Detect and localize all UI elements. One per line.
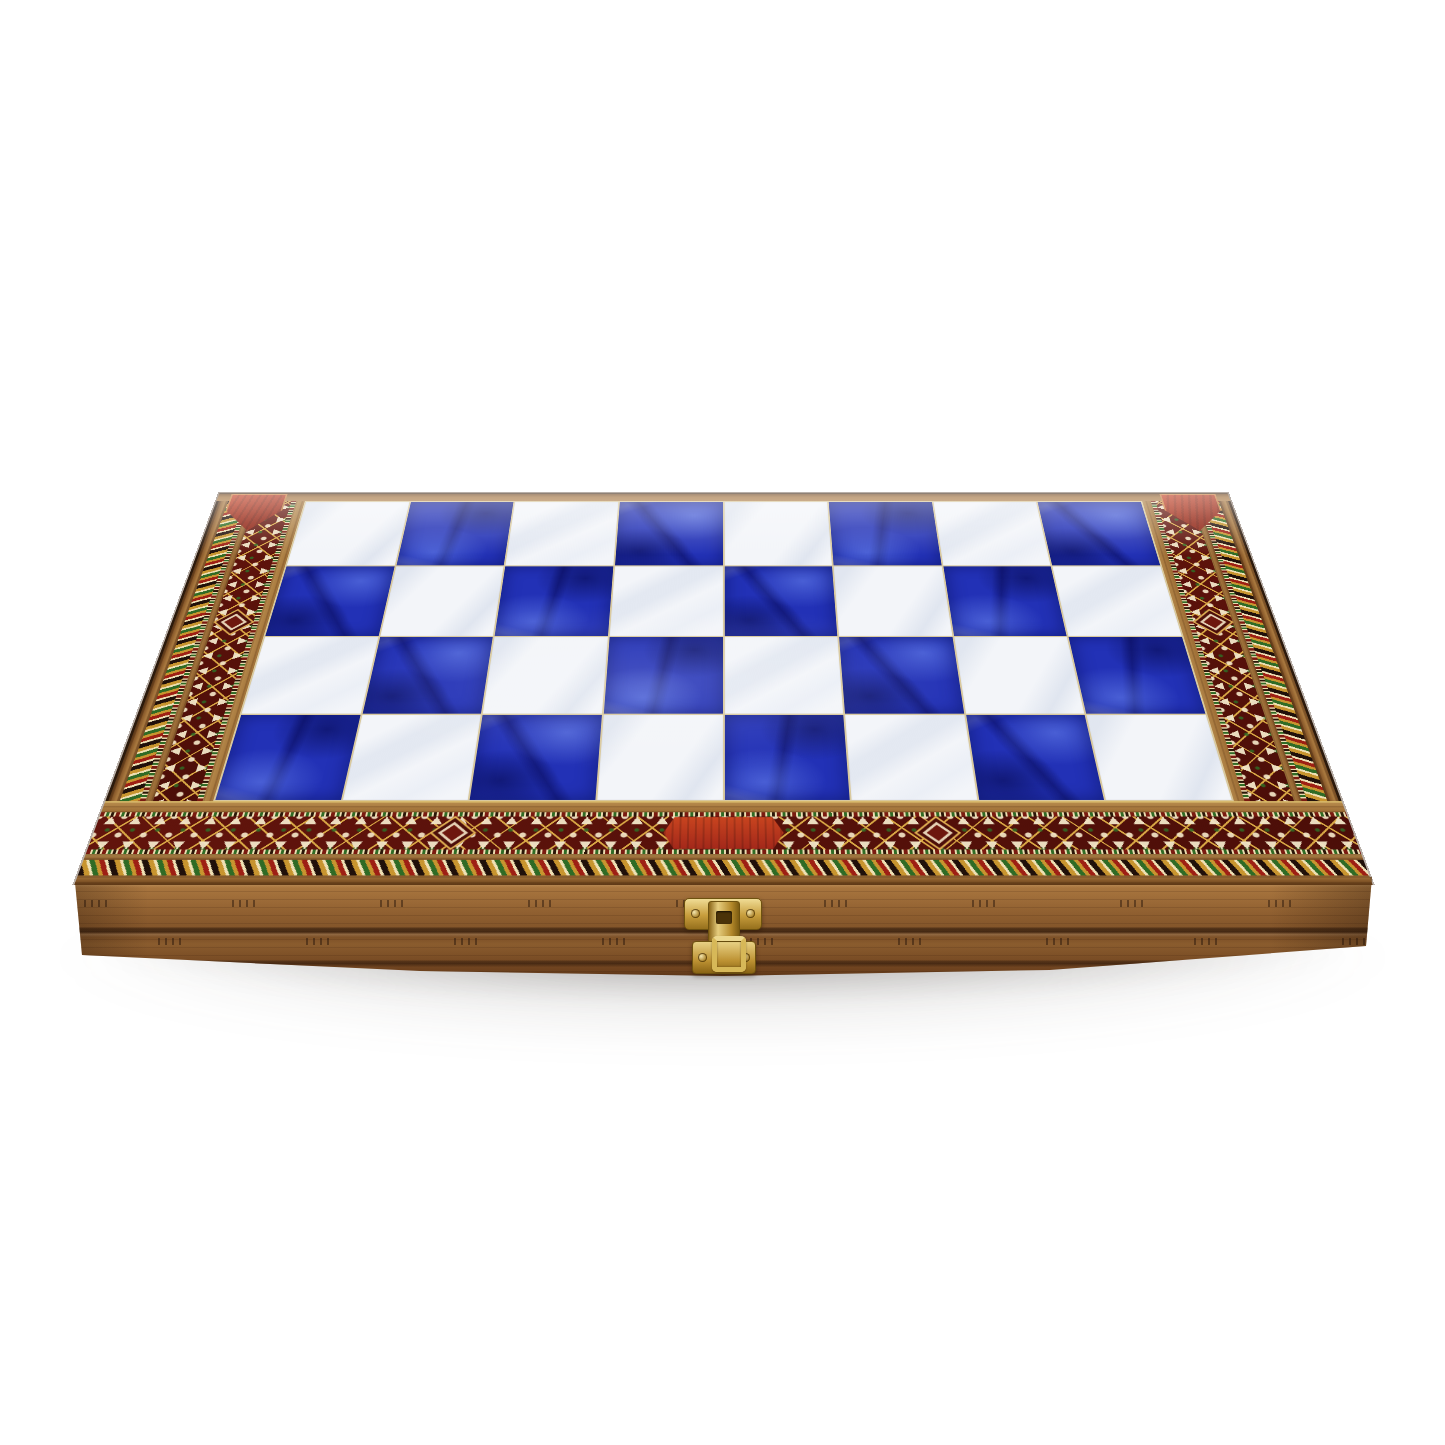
mosaic-band xyxy=(87,817,1359,850)
board-square xyxy=(829,502,942,565)
board-square xyxy=(933,502,1050,565)
board-square xyxy=(724,566,837,635)
board-square xyxy=(615,502,723,565)
board-square xyxy=(242,637,378,714)
board-square xyxy=(215,715,360,800)
board-square xyxy=(287,502,409,565)
board-square xyxy=(470,715,602,800)
border-front xyxy=(75,801,1372,883)
board-square xyxy=(845,715,977,800)
inner-wood-strip xyxy=(101,801,1346,812)
board-square xyxy=(724,715,849,800)
clasp-slot xyxy=(716,911,732,924)
board-square xyxy=(396,502,513,565)
board-square xyxy=(610,566,723,635)
board-square xyxy=(343,715,481,800)
clasp-bottom-plate xyxy=(692,941,756,974)
board-square xyxy=(966,715,1104,800)
board-square xyxy=(1038,502,1160,565)
diamond-medallion xyxy=(213,609,254,635)
screw-icon xyxy=(698,953,707,962)
board-square xyxy=(839,637,964,714)
board-square xyxy=(954,637,1085,714)
diamond-medallion xyxy=(1193,609,1234,635)
board-square xyxy=(943,566,1067,635)
clasp-hook xyxy=(712,936,746,972)
board-square xyxy=(265,566,394,635)
board-square xyxy=(724,637,843,714)
board-square xyxy=(597,715,722,800)
wood-edge-strip xyxy=(74,875,1372,884)
board-square xyxy=(834,566,952,635)
board-square xyxy=(495,566,613,635)
board-square xyxy=(1053,566,1182,635)
striped-ribbon-strip xyxy=(78,860,1369,876)
screw-icon xyxy=(746,909,755,918)
center-red-hexagon xyxy=(663,817,785,849)
board-square xyxy=(1069,637,1205,714)
board-square xyxy=(362,637,493,714)
board-square xyxy=(724,502,832,565)
board-square xyxy=(506,502,619,565)
board-square xyxy=(1087,715,1232,800)
board-square xyxy=(380,566,504,635)
board-square xyxy=(483,637,608,714)
box-top-face xyxy=(75,493,1372,883)
brass-clasp xyxy=(684,898,762,974)
diamond-medallion xyxy=(429,816,476,850)
screw-icon xyxy=(691,909,700,918)
product-photo-stage xyxy=(0,0,1445,1445)
diamond-medallion xyxy=(914,816,961,850)
chessboard-grid xyxy=(213,501,1234,801)
board-square xyxy=(604,637,723,714)
